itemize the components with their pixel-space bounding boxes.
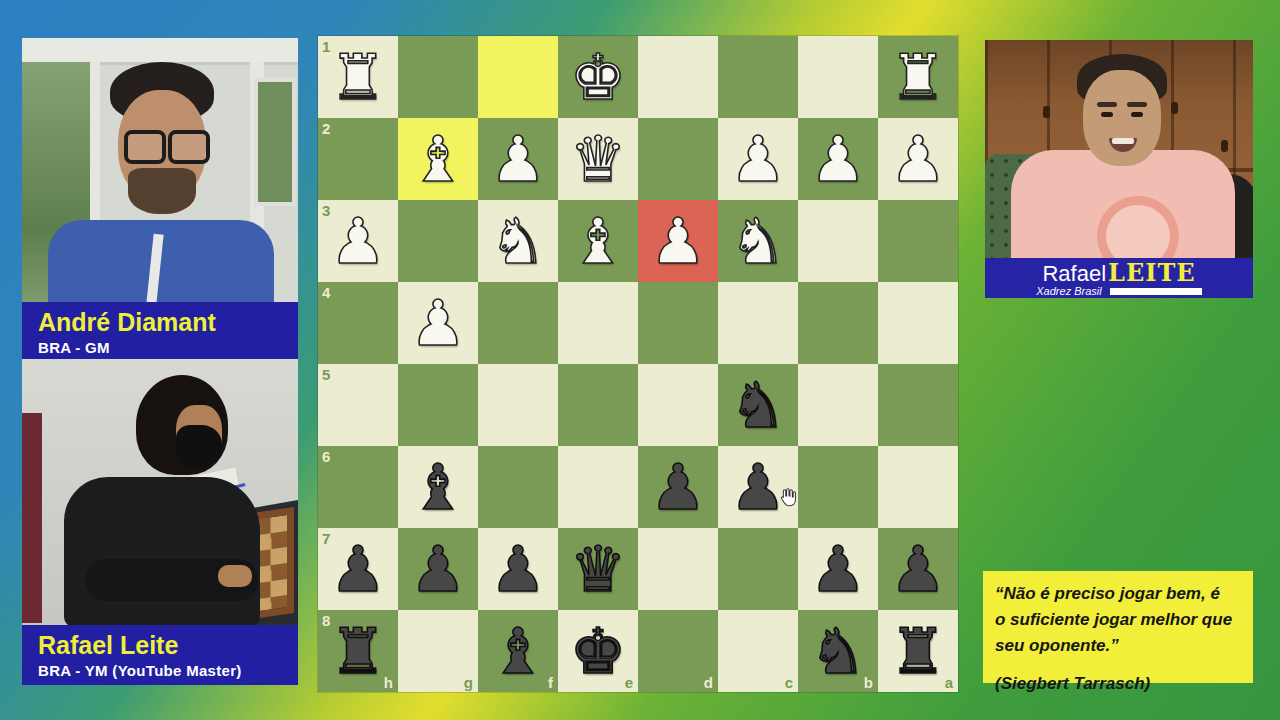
square-b7[interactable]: ♟ xyxy=(798,528,878,610)
brand-subtitle: Xadrez Brasil xyxy=(1036,286,1101,297)
piece-white-b-e3[interactable]: ♝ xyxy=(570,210,626,273)
piece-white-p-g4[interactable]: ♟ xyxy=(410,292,466,355)
rank-label-1: 1 xyxy=(322,39,330,54)
square-b3[interactable] xyxy=(798,200,878,282)
player-name: Rafael Leite xyxy=(38,632,298,660)
rank-label-4: 4 xyxy=(322,285,330,300)
square-a2[interactable]: ♟ xyxy=(878,118,958,200)
square-d8[interactable]: d xyxy=(638,610,718,692)
glasses-left-lens xyxy=(124,130,166,164)
square-b6[interactable] xyxy=(798,446,878,528)
square-e2[interactable]: ♛ xyxy=(558,118,638,200)
nameplate-rafael-live: Rafael LEITE Xadrez Brasil xyxy=(985,258,1253,298)
stream-canvas: André Diamant BRA - GM ♟ ♟ Rafael Leite … xyxy=(0,0,1280,720)
quote-attribution: (Siegbert Tarrasch) xyxy=(995,671,1241,697)
rank-label-5: 5 xyxy=(322,367,330,382)
piece-black-p-f7[interactable]: ♟ xyxy=(490,538,546,601)
rank-label-3: 3 xyxy=(322,203,330,218)
bystander-sleeve xyxy=(22,413,42,623)
piece-black-n-c5[interactable]: ♞ xyxy=(730,374,786,437)
piece-black-b-f8[interactable]: ♝ xyxy=(490,620,546,683)
square-f1[interactable] xyxy=(478,36,558,118)
piece-white-r-h1[interactable]: ♜ xyxy=(330,46,386,109)
eyebrow xyxy=(1127,102,1147,107)
square-d5[interactable] xyxy=(638,364,718,446)
eyebrow xyxy=(1097,102,1117,107)
square-b8[interactable]: b♞ xyxy=(798,610,878,692)
file-label-d: d xyxy=(704,675,713,690)
square-a5[interactable] xyxy=(878,364,958,446)
piece-white-p-b2[interactable]: ♟ xyxy=(810,128,866,191)
square-g8[interactable]: g xyxy=(398,610,478,692)
square-g7[interactable]: ♟ xyxy=(398,528,478,610)
square-h8[interactable]: 8h♜ xyxy=(318,610,398,692)
square-a3[interactable] xyxy=(878,200,958,282)
square-e8[interactable]: e♚ xyxy=(558,610,638,692)
square-f7[interactable]: ♟ xyxy=(478,528,558,610)
quote-box: “Não é preciso jogar bem, é o suficiente… xyxy=(983,571,1253,683)
square-c4[interactable] xyxy=(718,282,798,364)
square-h1[interactable]: 1♜ xyxy=(318,36,398,118)
square-h6[interactable]: 6 xyxy=(318,446,398,528)
square-b5[interactable] xyxy=(798,364,878,446)
square-a1[interactable]: ♜ xyxy=(878,36,958,118)
piece-black-b-g6[interactable]: ♝ xyxy=(410,456,466,519)
cabinet-knob xyxy=(1171,102,1178,114)
beard xyxy=(128,168,196,214)
player-title: BRA - YM (YouTube Master) xyxy=(38,662,298,679)
glasses-right-lens xyxy=(168,130,210,164)
square-f3[interactable]: ♞ xyxy=(478,200,558,282)
square-e4[interactable] xyxy=(558,282,638,364)
file-label-e: e xyxy=(625,675,633,690)
rank-label-8: 8 xyxy=(322,613,330,628)
square-d6[interactable]: ♟ xyxy=(638,446,718,528)
file-label-g: g xyxy=(464,675,473,690)
piece-white-n-f3[interactable]: ♞ xyxy=(490,210,546,273)
square-c3[interactable]: ♞ xyxy=(718,200,798,282)
chess-board: 1♜♚♜2♝♟♛♟♟♟3♟♞♝♟♞4♟5♞6♝♟♟7♟♟♟♛♟♟8h♜gf♝e♚… xyxy=(318,36,958,692)
square-h5[interactable]: 5 xyxy=(318,364,398,446)
square-f4[interactable] xyxy=(478,282,558,364)
piece-black-p-h7[interactable]: ♟ xyxy=(330,538,386,601)
square-h7[interactable]: 7♟ xyxy=(318,528,398,610)
quote-line: “Não é preciso jogar bem, é xyxy=(995,581,1241,607)
hand xyxy=(218,565,252,587)
webcam-andre-diamant xyxy=(22,38,298,302)
piece-white-p-h3[interactable]: ♟ xyxy=(330,210,386,273)
file-label-c: c xyxy=(785,675,793,690)
square-d4[interactable] xyxy=(638,282,718,364)
black-shirt xyxy=(64,477,260,625)
brand-last-name: LEITE xyxy=(1108,261,1196,285)
webcam-rafael-live xyxy=(985,40,1253,258)
ceiling xyxy=(22,38,298,65)
square-e5[interactable] xyxy=(558,364,638,446)
player-title: BRA - GM xyxy=(38,339,298,356)
square-d2[interactable] xyxy=(638,118,718,200)
piece-white-n-c3[interactable]: ♞ xyxy=(730,210,786,273)
piece-white-p-d3[interactable]: ♟ xyxy=(650,210,706,273)
square-c2[interactable]: ♟ xyxy=(718,118,798,200)
piece-black-r-h8[interactable]: ♜ xyxy=(330,620,386,683)
square-c8[interactable]: c xyxy=(718,610,798,692)
square-c1[interactable] xyxy=(718,36,798,118)
piece-black-q-e7[interactable]: ♛ xyxy=(570,538,626,601)
rank-label-6: 6 xyxy=(322,449,330,464)
piece-black-p-a7[interactable]: ♟ xyxy=(890,538,946,601)
piece-white-p-f2[interactable]: ♟ xyxy=(490,128,546,191)
file-label-a: a xyxy=(945,675,953,690)
teeth xyxy=(1112,138,1134,144)
square-b1[interactable] xyxy=(798,36,878,118)
rank-label-7: 7 xyxy=(322,531,330,546)
square-f6[interactable] xyxy=(478,446,558,528)
eye xyxy=(1131,112,1143,117)
piece-black-k-e8[interactable]: ♚ xyxy=(570,620,626,683)
square-g4[interactable]: ♟ xyxy=(398,282,478,364)
square-b4[interactable] xyxy=(798,282,878,364)
square-h4[interactable]: 4 xyxy=(318,282,398,364)
underline-bar xyxy=(1110,288,1202,295)
cabinet-knob xyxy=(1221,140,1228,152)
square-e1[interactable]: ♚ xyxy=(558,36,638,118)
piece-black-p-g7[interactable]: ♟ xyxy=(410,538,466,601)
square-a6[interactable] xyxy=(878,446,958,528)
square-f2[interactable]: ♟ xyxy=(478,118,558,200)
piece-white-p-a2[interactable]: ♟ xyxy=(890,128,946,191)
square-g1[interactable] xyxy=(398,36,478,118)
square-g5[interactable] xyxy=(398,364,478,446)
piece-white-k-e1[interactable]: ♚ xyxy=(570,46,626,109)
piece-white-r-a1[interactable]: ♜ xyxy=(890,46,946,109)
square-f8[interactable]: f♝ xyxy=(478,610,558,692)
piece-white-p-c2[interactable]: ♟ xyxy=(730,128,786,191)
square-e6[interactable] xyxy=(558,446,638,528)
blue-jacket xyxy=(48,220,274,302)
square-b2[interactable]: ♟ xyxy=(798,118,878,200)
piece-black-r-a8[interactable]: ♜ xyxy=(890,620,946,683)
quote-line: seu oponente.” xyxy=(995,633,1241,659)
player-name: André Diamant xyxy=(38,309,298,337)
file-label-f: f xyxy=(548,675,553,690)
square-d3[interactable]: ♟ xyxy=(638,200,718,282)
square-c5[interactable]: ♞ xyxy=(718,364,798,446)
square-a4[interactable] xyxy=(878,282,958,364)
square-e3[interactable]: ♝ xyxy=(558,200,638,282)
piece-black-n-b8[interactable]: ♞ xyxy=(810,620,866,683)
square-g3[interactable] xyxy=(398,200,478,282)
square-a7[interactable]: ♟ xyxy=(878,528,958,610)
nameplate-andre: André Diamant BRA - GM xyxy=(22,302,298,359)
square-d1[interactable] xyxy=(638,36,718,118)
piece-white-b-g2[interactable]: ♝ xyxy=(410,128,466,191)
brand-first-name: Rafael xyxy=(1042,263,1106,285)
nameplate-rafael-otb: Rafael Leite BRA - YM (YouTube Master) xyxy=(22,625,298,685)
square-h2[interactable]: 2 xyxy=(318,118,398,200)
face-mask xyxy=(176,425,222,467)
piece-black-p-b7[interactable]: ♟ xyxy=(810,538,866,601)
square-g2[interactable]: ♝ xyxy=(398,118,478,200)
square-d7[interactable] xyxy=(638,528,718,610)
quote-line: o suficiente jogar melhor que xyxy=(995,607,1241,633)
cabinet-knob xyxy=(1043,106,1050,118)
square-f5[interactable] xyxy=(478,364,558,446)
rank-label-2: 2 xyxy=(322,121,330,136)
eye xyxy=(1101,112,1113,117)
webcam-rafael-otb: ♟ ♟ xyxy=(22,359,298,625)
window-right xyxy=(254,78,296,206)
square-g6[interactable]: ♝ xyxy=(398,446,478,528)
square-a8[interactable]: a♜ xyxy=(878,610,958,692)
square-c7[interactable] xyxy=(718,528,798,610)
hand-cursor-icon xyxy=(776,486,798,508)
square-e7[interactable]: ♛ xyxy=(558,528,638,610)
file-label-h: h xyxy=(384,675,393,690)
piece-black-p-d6[interactable]: ♟ xyxy=(650,456,706,519)
piece-white-q-e2[interactable]: ♛ xyxy=(570,128,626,191)
square-h3[interactable]: 3♟ xyxy=(318,200,398,282)
file-label-b: b xyxy=(864,675,873,690)
